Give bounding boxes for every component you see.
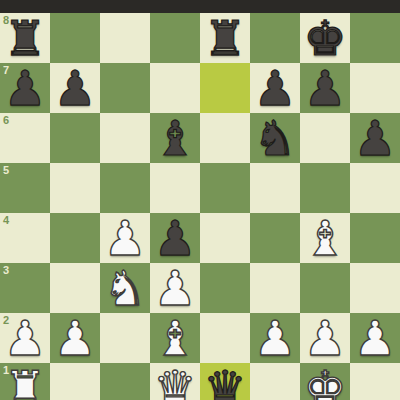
square-h7[interactable] <box>350 63 400 113</box>
square-e5[interactable] <box>200 163 250 213</box>
square-e3[interactable] <box>200 263 250 313</box>
piece-black-queen[interactable]: ♛ <box>200 363 250 400</box>
piece-black-rook[interactable]: ♜ <box>0 13 50 63</box>
rank-label-4: 4 <box>3 214 9 226</box>
square-d2[interactable]: ♝ <box>150 313 200 363</box>
square-e2[interactable] <box>200 313 250 363</box>
piece-black-knight[interactable]: ♞ <box>250 113 300 163</box>
square-b8[interactable] <box>50 13 100 63</box>
square-a2[interactable]: 2♟ <box>0 313 50 363</box>
square-a4[interactable]: 4 <box>0 213 50 263</box>
piece-black-rook[interactable]: ♜ <box>200 13 250 63</box>
square-d6[interactable]: ♝ <box>150 113 200 163</box>
square-h4[interactable] <box>350 213 400 263</box>
square-a7[interactable]: 7♟ <box>0 63 50 113</box>
square-b3[interactable] <box>50 263 100 313</box>
square-a8[interactable]: 8♜ <box>0 13 50 63</box>
square-d7[interactable] <box>150 63 200 113</box>
piece-white-rook[interactable]: ♜ <box>0 363 50 400</box>
square-c8[interactable] <box>100 13 150 63</box>
piece-white-queen[interactable]: ♛ <box>150 363 200 400</box>
square-c3[interactable]: ♞ <box>100 263 150 313</box>
square-e7[interactable] <box>200 63 250 113</box>
square-f6[interactable]: ♞ <box>250 113 300 163</box>
square-h3[interactable] <box>350 263 400 313</box>
piece-black-pawn[interactable]: ♟ <box>50 63 100 113</box>
piece-white-pawn[interactable]: ♟ <box>250 313 300 363</box>
square-b7[interactable]: ♟ <box>50 63 100 113</box>
square-a5[interactable]: 5 <box>0 163 50 213</box>
square-g8[interactable]: ♚ <box>300 13 350 63</box>
square-f7[interactable]: ♟ <box>250 63 300 113</box>
piece-white-pawn[interactable]: ♟ <box>0 313 50 363</box>
square-b2[interactable]: ♟ <box>50 313 100 363</box>
square-b5[interactable] <box>50 163 100 213</box>
square-g6[interactable] <box>300 113 350 163</box>
square-c2[interactable] <box>100 313 150 363</box>
square-e4[interactable] <box>200 213 250 263</box>
square-g4[interactable]: ♝ <box>300 213 350 263</box>
piece-black-bishop[interactable]: ♝ <box>150 113 200 163</box>
square-d3[interactable]: ♟ <box>150 263 200 313</box>
piece-black-pawn[interactable]: ♟ <box>300 63 350 113</box>
square-b6[interactable] <box>50 113 100 163</box>
chess-board: 8♜♜♚7♟♟♟♟6♝♞♟54♟♟♝3♞♟2♟♟♝♟♟♟1♜♛♛♚ <box>0 13 400 400</box>
square-f8[interactable] <box>250 13 300 63</box>
square-d1[interactable]: ♛ <box>150 363 200 400</box>
piece-black-pawn[interactable]: ♟ <box>250 63 300 113</box>
rank-label-6: 6 <box>3 114 9 126</box>
piece-black-king[interactable]: ♚ <box>300 13 350 63</box>
square-h6[interactable]: ♟ <box>350 113 400 163</box>
square-h1[interactable] <box>350 363 400 400</box>
square-c5[interactable] <box>100 163 150 213</box>
piece-white-king[interactable]: ♚ <box>300 363 350 400</box>
square-h8[interactable] <box>350 13 400 63</box>
square-a3[interactable]: 3 <box>0 263 50 313</box>
square-g7[interactable]: ♟ <box>300 63 350 113</box>
piece-white-pawn[interactable]: ♟ <box>100 213 150 263</box>
square-a6[interactable]: 6 <box>0 113 50 163</box>
square-e1[interactable]: ♛ <box>200 363 250 400</box>
square-e6[interactable] <box>200 113 250 163</box>
square-g5[interactable] <box>300 163 350 213</box>
square-f5[interactable] <box>250 163 300 213</box>
piece-black-pawn[interactable]: ♟ <box>350 113 400 163</box>
square-c1[interactable] <box>100 363 150 400</box>
square-d8[interactable] <box>150 13 200 63</box>
piece-white-bishop[interactable]: ♝ <box>300 213 350 263</box>
square-f4[interactable] <box>250 213 300 263</box>
square-c6[interactable] <box>100 113 150 163</box>
rank-label-5: 5 <box>3 164 9 176</box>
piece-white-knight[interactable]: ♞ <box>100 263 150 313</box>
square-h2[interactable]: ♟ <box>350 313 400 363</box>
square-c4[interactable]: ♟ <box>100 213 150 263</box>
square-a1[interactable]: 1♜ <box>0 363 50 400</box>
square-f3[interactable] <box>250 263 300 313</box>
square-g3[interactable] <box>300 263 350 313</box>
piece-black-pawn[interactable]: ♟ <box>0 63 50 113</box>
rank-label-3: 3 <box>3 264 9 276</box>
piece-white-pawn[interactable]: ♟ <box>50 313 100 363</box>
square-h5[interactable] <box>350 163 400 213</box>
square-g2[interactable]: ♟ <box>300 313 350 363</box>
square-f2[interactable]: ♟ <box>250 313 300 363</box>
square-c7[interactable] <box>100 63 150 113</box>
square-g1[interactable]: ♚ <box>300 363 350 400</box>
square-d4[interactable]: ♟ <box>150 213 200 263</box>
square-b1[interactable] <box>50 363 100 400</box>
piece-black-pawn[interactable]: ♟ <box>150 213 200 263</box>
piece-white-pawn[interactable]: ♟ <box>150 263 200 313</box>
top-bar <box>0 0 400 13</box>
square-b4[interactable] <box>50 213 100 263</box>
piece-white-pawn[interactable]: ♟ <box>300 313 350 363</box>
piece-white-pawn[interactable]: ♟ <box>350 313 400 363</box>
square-f1[interactable] <box>250 363 300 400</box>
piece-white-bishop[interactable]: ♝ <box>150 313 200 363</box>
square-e8[interactable]: ♜ <box>200 13 250 63</box>
square-d5[interactable] <box>150 163 200 213</box>
